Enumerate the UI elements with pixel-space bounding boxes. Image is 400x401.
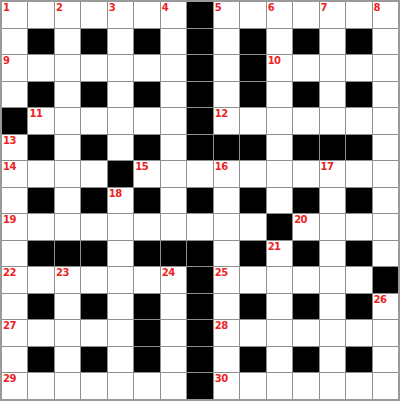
cell-r2c13[interactable]: [320, 29, 345, 55]
cell-r1c7[interactable]: 4: [161, 2, 186, 28]
clue-number-26: 26: [374, 294, 387, 305]
cell-r6c15[interactable]: [373, 135, 398, 161]
clue-number-16: 16: [215, 161, 228, 172]
cell-r6c5[interactable]: [108, 135, 133, 161]
cell-r1c4[interactable]: [81, 2, 106, 28]
cell-r7c12[interactable]: [293, 161, 318, 187]
black-cell-r2c14: [346, 29, 371, 55]
cell-r5c7[interactable]: [161, 108, 186, 134]
cell-r15c6[interactable]: [134, 373, 159, 399]
cell-r5c5[interactable]: [108, 108, 133, 134]
clue-number-7: 7: [321, 2, 327, 13]
cell-r15c1[interactable]: 29: [2, 373, 27, 399]
cell-r1c1[interactable]: 1: [2, 2, 27, 28]
cell-r8c13[interactable]: [320, 188, 345, 214]
black-cell-r14c6: [134, 347, 159, 373]
cell-r1c9[interactable]: 5: [214, 2, 239, 28]
cell-r15c14[interactable]: [346, 373, 371, 399]
cell-r9c9[interactable]: [214, 214, 239, 240]
black-cell-r12c10: [240, 294, 265, 320]
cell-r10c11[interactable]: 21: [267, 241, 292, 267]
cell-r6c3[interactable]: [55, 135, 80, 161]
cell-r7c3[interactable]: [55, 161, 80, 187]
black-cell-r3c10: [240, 55, 265, 81]
black-cell-r10c14: [346, 241, 371, 267]
black-cell-r6c8: [187, 135, 212, 161]
black-cell-r10c4: [81, 241, 106, 267]
black-cell-r8c8: [187, 188, 212, 214]
cell-r3c9[interactable]: [214, 55, 239, 81]
cell-r10c15[interactable]: [373, 241, 398, 267]
cell-r1c3[interactable]: 2: [55, 2, 80, 28]
cell-r4c5[interactable]: [108, 82, 133, 108]
cell-r7c15[interactable]: [373, 161, 398, 187]
cell-r15c5[interactable]: [108, 373, 133, 399]
black-cell-r11c15: [373, 267, 398, 293]
cell-r11c10[interactable]: [240, 267, 265, 293]
black-cell-r12c14: [346, 294, 371, 320]
cell-r9c1[interactable]: 19: [2, 214, 27, 240]
cell-r1c14[interactable]: [346, 2, 371, 28]
cell-r5c2[interactable]: 11: [28, 108, 53, 134]
cell-r13c3[interactable]: [55, 320, 80, 346]
cell-r9c12[interactable]: 20: [293, 214, 318, 240]
clue-number-9: 9: [3, 55, 9, 66]
black-cell-r6c10: [240, 135, 265, 161]
cell-r5c3[interactable]: [55, 108, 80, 134]
cell-r3c7[interactable]: [161, 55, 186, 81]
black-cell-r13c6: [134, 320, 159, 346]
clue-number-22: 22: [3, 267, 16, 278]
black-cell-r14c14: [346, 347, 371, 373]
cell-r3c5[interactable]: [108, 55, 133, 81]
clue-number-15: 15: [135, 161, 148, 172]
black-cell-r3c8: [187, 55, 212, 81]
cell-r7c2[interactable]: [28, 161, 53, 187]
cell-r2c11[interactable]: [267, 29, 292, 55]
cell-r4c3[interactable]: [55, 82, 80, 108]
cell-r3c15[interactable]: [373, 55, 398, 81]
cell-r12c15[interactable]: 26: [373, 294, 398, 320]
clue-number-2: 2: [56, 2, 62, 13]
cell-r6c11[interactable]: [267, 135, 292, 161]
cell-r2c5[interactable]: [108, 29, 133, 55]
black-cell-r12c4: [81, 294, 106, 320]
cell-r13c15[interactable]: [373, 320, 398, 346]
black-cell-r4c12: [293, 82, 318, 108]
cell-r9c13[interactable]: [320, 214, 345, 240]
cell-r8c15[interactable]: [373, 188, 398, 214]
cell-r1c15[interactable]: 8: [373, 2, 398, 28]
black-cell-r8c4: [81, 188, 106, 214]
cell-r14c3[interactable]: [55, 347, 80, 373]
cell-r11c9[interactable]: 25: [214, 267, 239, 293]
cell-r13c2[interactable]: [28, 320, 53, 346]
cell-r6c1[interactable]: 13: [2, 135, 27, 161]
cell-r4c13[interactable]: [320, 82, 345, 108]
cell-r9c15[interactable]: [373, 214, 398, 240]
clue-number-30: 30: [215, 373, 228, 384]
cell-r2c1[interactable]: [2, 29, 27, 55]
cell-r7c4[interactable]: [81, 161, 106, 187]
cell-r15c7[interactable]: [161, 373, 186, 399]
cell-r15c12[interactable]: [293, 373, 318, 399]
black-cell-r12c8: [187, 294, 212, 320]
black-cell-r8c2: [28, 188, 53, 214]
cell-r13c14[interactable]: [346, 320, 371, 346]
black-cell-r10c10: [240, 241, 265, 267]
black-cell-r9c11: [267, 214, 292, 240]
clue-number-4: 4: [162, 2, 168, 13]
cell-r13c5[interactable]: [108, 320, 133, 346]
black-cell-r2c8: [187, 29, 212, 55]
black-cell-r8c12: [293, 188, 318, 214]
cell-r9c14[interactable]: [346, 214, 371, 240]
clue-number-3: 3: [109, 2, 115, 13]
cell-r10c13[interactable]: [320, 241, 345, 267]
cell-r8c1[interactable]: [2, 188, 27, 214]
clue-number-20: 20: [294, 214, 307, 225]
black-cell-r5c1: [2, 108, 27, 134]
clue-number-6: 6: [268, 2, 274, 13]
cell-r15c13[interactable]: [320, 373, 345, 399]
black-cell-r2c4: [81, 29, 106, 55]
cell-r2c15[interactable]: [373, 29, 398, 55]
cell-r8c11[interactable]: [267, 188, 292, 214]
cell-r1c5[interactable]: 3: [108, 2, 133, 28]
cell-r15c9[interactable]: 30: [214, 373, 239, 399]
clue-number-19: 19: [3, 214, 16, 225]
black-cell-r13c8: [187, 320, 212, 346]
clue-number-27: 27: [3, 320, 16, 331]
cell-r12c13[interactable]: [320, 294, 345, 320]
black-cell-r2c10: [240, 29, 265, 55]
black-cell-r14c12: [293, 347, 318, 373]
black-cell-r6c12: [293, 135, 318, 161]
cell-r2c7[interactable]: [161, 29, 186, 55]
cell-r9c3[interactable]: [55, 214, 80, 240]
clue-number-18: 18: [109, 188, 122, 199]
cell-r11c14[interactable]: [346, 267, 371, 293]
cell-r3c2[interactable]: [28, 55, 53, 81]
cell-r5c9[interactable]: 12: [214, 108, 239, 134]
cell-r7c1[interactable]: 14: [2, 161, 27, 187]
cell-r9c8[interactable]: [187, 214, 212, 240]
cell-r11c11[interactable]: [267, 267, 292, 293]
black-cell-r6c14: [346, 135, 371, 161]
cell-r7c7[interactable]: [161, 161, 186, 187]
cell-r11c12[interactable]: [293, 267, 318, 293]
black-cell-r4c4: [81, 82, 106, 108]
cell-r15c3[interactable]: [55, 373, 80, 399]
cell-r8c3[interactable]: [55, 188, 80, 214]
black-cell-r14c10: [240, 347, 265, 373]
black-cell-r6c2: [28, 135, 53, 161]
black-cell-r4c8: [187, 82, 212, 108]
black-cell-r15c8: [187, 373, 212, 399]
cell-r3c12[interactable]: [293, 55, 318, 81]
clue-number-14: 14: [3, 161, 16, 172]
black-cell-r8c6: [134, 188, 159, 214]
black-cell-r10c8: [187, 241, 212, 267]
clue-number-29: 29: [3, 373, 16, 384]
black-cell-r11c8: [187, 267, 212, 293]
clue-number-1: 1: [3, 2, 9, 13]
cell-r4c9[interactable]: [214, 82, 239, 108]
black-cell-r10c12: [293, 241, 318, 267]
cell-r9c5[interactable]: [108, 214, 133, 240]
cell-r2c3[interactable]: [55, 29, 80, 55]
cell-r10c5[interactable]: [108, 241, 133, 267]
black-cell-r4c6: [134, 82, 159, 108]
cell-r7c11[interactable]: [267, 161, 292, 187]
cell-r7c8[interactable]: [187, 161, 212, 187]
cell-r15c10[interactable]: [240, 373, 265, 399]
cell-r8c9[interactable]: [214, 188, 239, 214]
black-cell-r14c2: [28, 347, 53, 373]
cell-r12c1[interactable]: [2, 294, 27, 320]
black-cell-r4c14: [346, 82, 371, 108]
cell-r8c5[interactable]: 18: [108, 188, 133, 214]
cell-r6c7[interactable]: [161, 135, 186, 161]
cell-r1c2[interactable]: [28, 2, 53, 28]
cell-r11c13[interactable]: [320, 267, 345, 293]
cell-r13c9[interactable]: 28: [214, 320, 239, 346]
clue-number-25: 25: [215, 267, 228, 278]
cell-r3c13[interactable]: [320, 55, 345, 81]
cell-r1c10[interactable]: [240, 2, 265, 28]
clue-number-28: 28: [215, 320, 228, 331]
cell-r7c6[interactable]: 15: [134, 161, 159, 187]
black-cell-r8c14: [346, 188, 371, 214]
cell-r7c13[interactable]: 17: [320, 161, 345, 187]
black-cell-r10c2: [28, 241, 53, 267]
cell-r15c4[interactable]: [81, 373, 106, 399]
cell-r5c15[interactable]: [373, 108, 398, 134]
cell-r1c6[interactable]: [134, 2, 159, 28]
cell-r3c6[interactable]: [134, 55, 159, 81]
cell-r9c2[interactable]: [28, 214, 53, 240]
clue-number-13: 13: [3, 135, 16, 146]
cell-r13c12[interactable]: [293, 320, 318, 346]
cell-r14c13[interactable]: [320, 347, 345, 373]
cell-r5c13[interactable]: [320, 108, 345, 134]
cell-r4c15[interactable]: [373, 82, 398, 108]
black-cell-r2c6: [134, 29, 159, 55]
cell-r12c5[interactable]: [108, 294, 133, 320]
cell-r15c2[interactable]: [28, 373, 53, 399]
cell-r5c6[interactable]: [134, 108, 159, 134]
cell-r9c10[interactable]: [240, 214, 265, 240]
cell-r5c11[interactable]: [267, 108, 292, 134]
cell-r9c7[interactable]: [161, 214, 186, 240]
cell-r10c1[interactable]: [2, 241, 27, 267]
cell-r13c7[interactable]: [161, 320, 186, 346]
cell-r11c2[interactable]: [28, 267, 53, 293]
cell-r5c10[interactable]: [240, 108, 265, 134]
black-cell-r5c8: [187, 108, 212, 134]
cell-r14c15[interactable]: [373, 347, 398, 373]
black-cell-r10c7: [161, 241, 186, 267]
cell-r1c13[interactable]: 7: [320, 2, 345, 28]
black-cell-r6c13: [320, 135, 345, 161]
black-cell-r4c10: [240, 82, 265, 108]
cell-r11c6[interactable]: [134, 267, 159, 293]
clue-number-21: 21: [268, 241, 281, 252]
clue-number-12: 12: [215, 108, 228, 119]
cell-r7c9[interactable]: 16: [214, 161, 239, 187]
cell-r7c10[interactable]: [240, 161, 265, 187]
clue-number-17: 17: [321, 161, 334, 172]
cell-r11c7[interactable]: 24: [161, 267, 186, 293]
cell-r11c3[interactable]: 23: [55, 267, 80, 293]
cell-r12c9[interactable]: [214, 294, 239, 320]
cell-r14c5[interactable]: [108, 347, 133, 373]
cell-r14c7[interactable]: [161, 347, 186, 373]
cell-r15c15[interactable]: [373, 373, 398, 399]
cell-r11c5[interactable]: [108, 267, 133, 293]
cell-r5c4[interactable]: [81, 108, 106, 134]
cell-r12c3[interactable]: [55, 294, 80, 320]
black-cell-r12c12: [293, 294, 318, 320]
black-cell-r12c2: [28, 294, 53, 320]
cell-r4c7[interactable]: [161, 82, 186, 108]
black-cell-r8c10: [240, 188, 265, 214]
clue-number-8: 8: [374, 2, 380, 13]
cell-r3c14[interactable]: [346, 55, 371, 81]
cell-r1c12[interactable]: [293, 2, 318, 28]
cell-r12c7[interactable]: [161, 294, 186, 320]
black-cell-r10c6: [134, 241, 159, 267]
black-cell-r12c6: [134, 294, 159, 320]
cell-r13c13[interactable]: [320, 320, 345, 346]
cell-r3c11[interactable]: 10: [267, 55, 292, 81]
black-cell-r2c12: [293, 29, 318, 55]
black-cell-r6c4: [81, 135, 106, 161]
cell-r3c1[interactable]: 9: [2, 55, 27, 81]
cell-r8c7[interactable]: [161, 188, 186, 214]
cell-r4c11[interactable]: [267, 82, 292, 108]
cell-r5c14[interactable]: [346, 108, 371, 134]
cell-r13c10[interactable]: [240, 320, 265, 346]
black-cell-r6c9: [214, 135, 239, 161]
cell-r1c11[interactable]: 6: [267, 2, 292, 28]
cell-r14c11[interactable]: [267, 347, 292, 373]
cell-r15c11[interactable]: [267, 373, 292, 399]
clue-number-11: 11: [29, 108, 42, 119]
cell-r13c4[interactable]: [81, 320, 106, 346]
clue-number-10: 10: [268, 55, 281, 66]
cell-r11c4[interactable]: [81, 267, 106, 293]
clue-number-5: 5: [215, 2, 221, 13]
black-cell-r2c2: [28, 29, 53, 55]
cell-r13c1[interactable]: 27: [2, 320, 27, 346]
cell-r9c6[interactable]: [134, 214, 159, 240]
black-cell-r1c8: [187, 2, 212, 28]
black-cell-r14c4: [81, 347, 106, 373]
cell-r3c3[interactable]: [55, 55, 80, 81]
cell-r3c4[interactable]: [81, 55, 106, 81]
cell-r2c9[interactable]: [214, 29, 239, 55]
black-cell-r14c8: [187, 347, 212, 373]
cell-r12c11[interactable]: [267, 294, 292, 320]
cell-r13c11[interactable]: [267, 320, 292, 346]
clue-number-24: 24: [162, 267, 175, 278]
cell-r14c9[interactable]: [214, 347, 239, 373]
cell-r10c9[interactable]: [214, 241, 239, 267]
black-cell-r7c5: [108, 161, 133, 187]
cell-r14c1[interactable]: [2, 347, 27, 373]
cell-r5c12[interactable]: [293, 108, 318, 134]
black-cell-r4c2: [28, 82, 53, 108]
cell-r4c1[interactable]: [2, 82, 27, 108]
clue-number-23: 23: [56, 267, 69, 278]
cell-r11c1[interactable]: 22: [2, 267, 27, 293]
black-cell-r10c3: [55, 241, 80, 267]
cell-r7c14[interactable]: [346, 161, 371, 187]
cell-r9c4[interactable]: [81, 214, 106, 240]
black-cell-r6c6: [134, 135, 159, 161]
crossword-grid: 1234567891011121314151617181920212223242…: [0, 0, 400, 401]
